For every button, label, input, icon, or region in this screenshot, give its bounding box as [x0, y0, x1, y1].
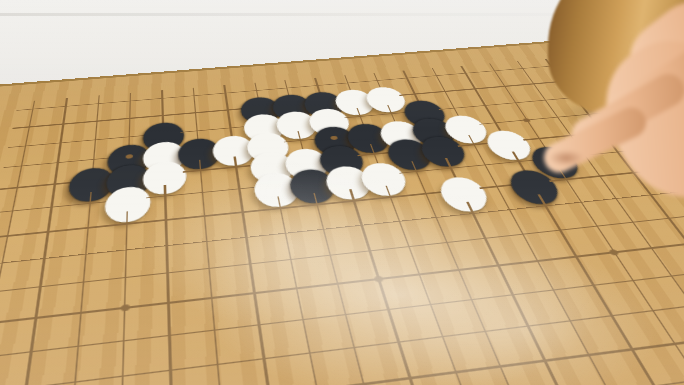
board-intersection	[147, 350, 195, 385]
stone-bowl	[548, 0, 684, 114]
board-intersection	[100, 321, 147, 361]
board-intersection	[147, 316, 193, 355]
board-intersection	[98, 355, 147, 385]
board-intersection	[235, 306, 284, 344]
board-intersection	[193, 344, 243, 385]
board-intersection	[284, 333, 336, 374]
board-intersection	[239, 339, 290, 381]
go-game-photo-scene: ●●●●●●●●●●●●●●●●●●●●●●●●●●●●●●●●●●●●●	[0, 0, 684, 385]
board-intersection	[191, 311, 239, 350]
board-intersection	[278, 301, 328, 339]
